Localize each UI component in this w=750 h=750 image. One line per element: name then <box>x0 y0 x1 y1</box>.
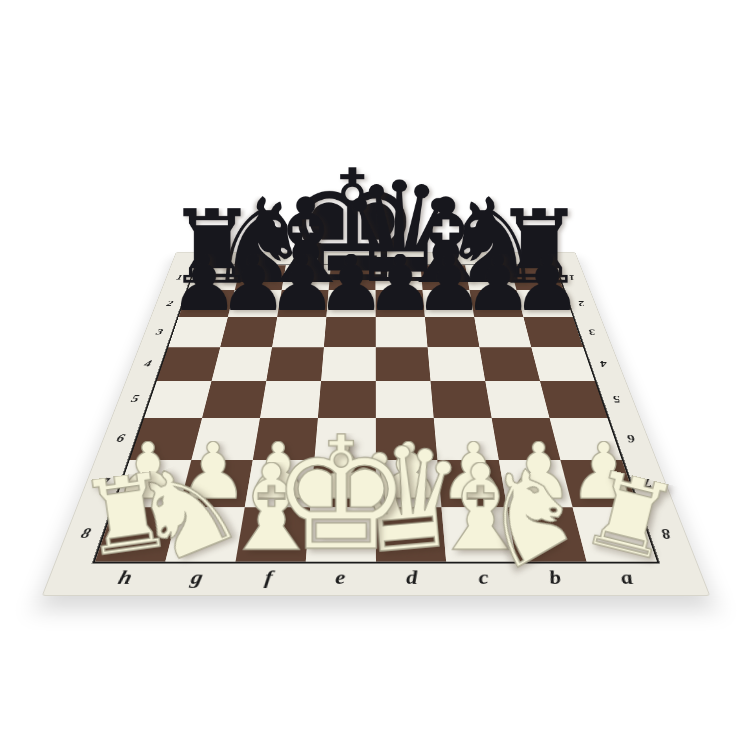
file-label-e: e <box>303 561 376 595</box>
square-e3[interactable] <box>324 317 376 347</box>
square-d4[interactable] <box>376 347 431 380</box>
file-label-d: d <box>376 561 449 595</box>
square-h3[interactable] <box>168 317 228 347</box>
square-c3[interactable] <box>425 317 479 347</box>
square-d3[interactable] <box>376 317 428 347</box>
file-label-c: c <box>446 561 522 595</box>
square-g5[interactable] <box>202 381 266 418</box>
square-b3[interactable] <box>474 317 531 347</box>
scene-perspective: 12345678 12345678 hgfedcba ♜♞♝♚♛♝♞♜♟♟♟♟♟… <box>126 131 625 630</box>
file-labels-bottom: hgfedcba <box>84 561 669 595</box>
file-label-a: a <box>587 561 669 595</box>
square-b4[interactable] <box>479 347 539 380</box>
file-label-g: g <box>157 561 236 595</box>
square-h8[interactable]: ♜ <box>95 507 179 561</box>
square-c4[interactable] <box>428 347 486 380</box>
square-e8[interactable]: ♚ <box>306 507 376 561</box>
square-b5[interactable] <box>485 381 549 418</box>
file-label-h: h <box>84 561 166 595</box>
file-label-b: b <box>516 561 595 595</box>
square-g3[interactable] <box>220 317 277 347</box>
white-rook-a8[interactable]: ♜ <box>575 466 685 567</box>
square-f3[interactable] <box>272 317 326 347</box>
white-king-e8[interactable]: ♚ <box>271 433 412 555</box>
square-e4[interactable] <box>321 347 376 380</box>
square-h4[interactable] <box>157 347 220 380</box>
white-rook-h8[interactable]: ♜ <box>75 469 178 562</box>
square-g4[interactable] <box>212 347 272 380</box>
chess-mat: 12345678 12345678 hgfedcba ♜♞♝♚♛♝♞♜♟♟♟♟♟… <box>42 252 711 596</box>
square-h5[interactable] <box>144 381 211 418</box>
product-photo-stage: 12345678 12345678 hgfedcba ♜♞♝♚♛♝♞♜♟♟♟♟♟… <box>0 0 750 750</box>
square-a8[interactable]: ♜ <box>573 507 657 561</box>
file-label-f: f <box>230 561 306 595</box>
square-f4[interactable] <box>266 347 324 380</box>
